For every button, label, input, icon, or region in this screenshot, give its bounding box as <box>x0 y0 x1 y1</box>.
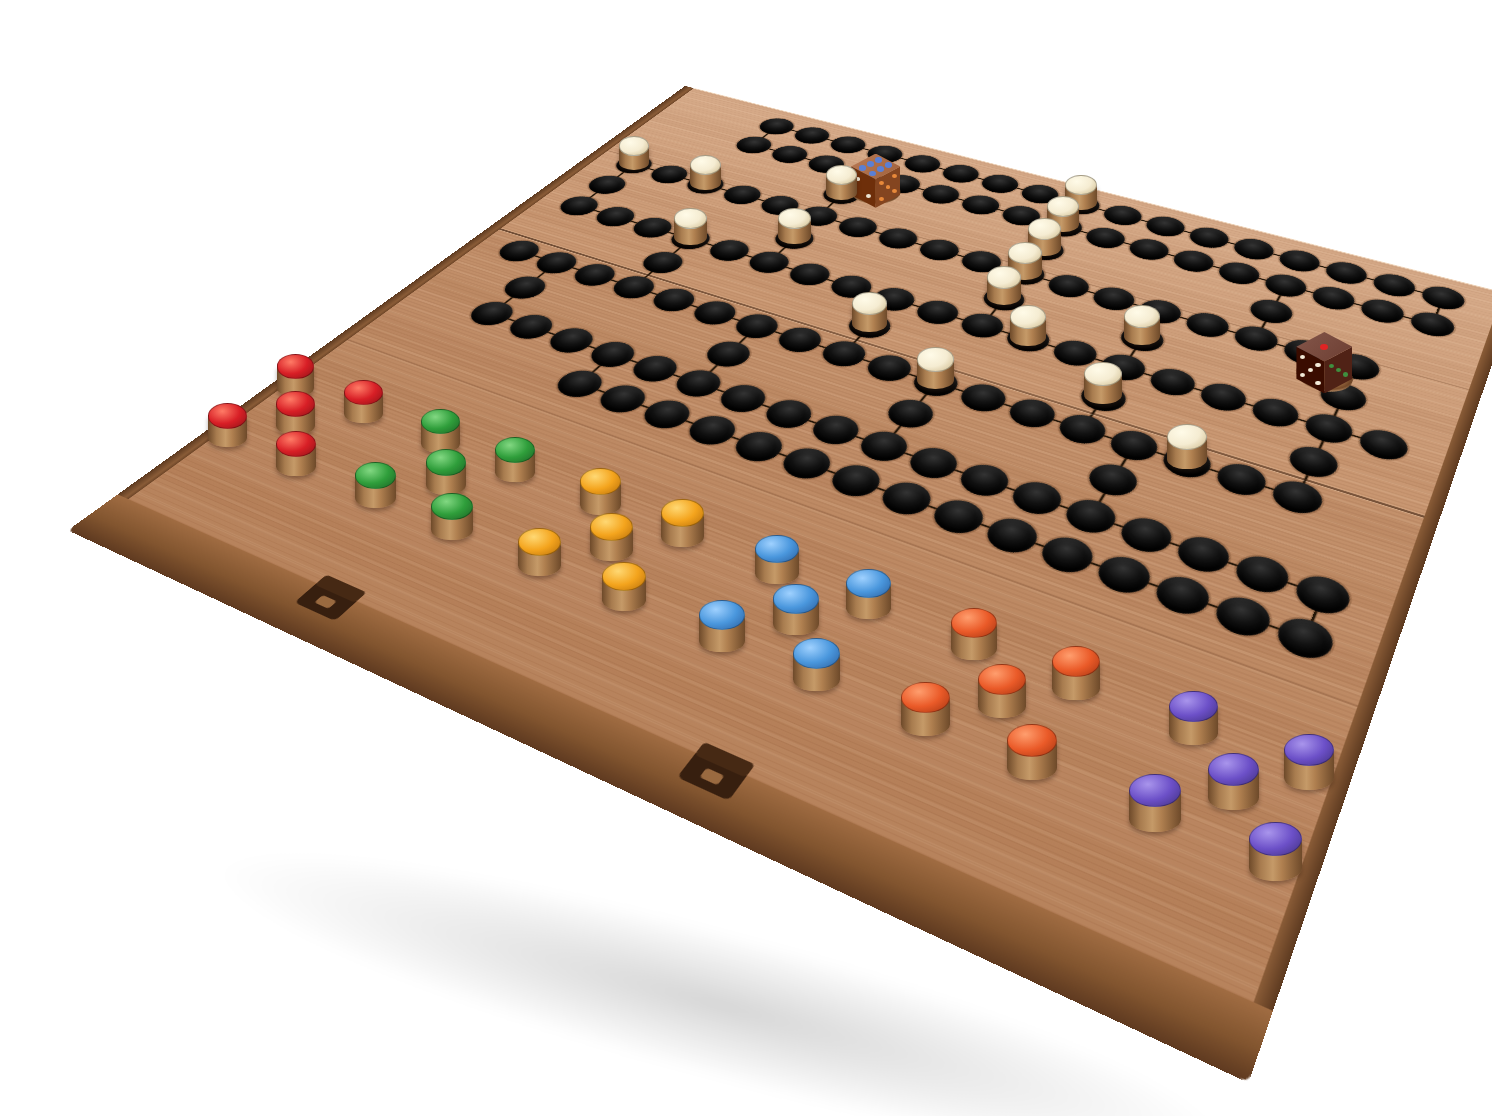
die-pip <box>879 197 884 201</box>
orange-peg-1-top <box>978 664 1026 695</box>
barricade-peg-15-top <box>917 347 954 371</box>
yellow-peg-1[interactable] <box>590 513 633 561</box>
die-pip <box>867 161 874 167</box>
yellow-peg-5[interactable] <box>602 562 647 612</box>
green-peg-4[interactable] <box>355 462 396 508</box>
die-1[interactable] <box>851 154 900 208</box>
yellow-peg-3-top <box>661 499 704 527</box>
purple-peg-3-top <box>1284 734 1334 767</box>
die-pip <box>879 181 884 185</box>
pieces-layer <box>0 0 1492 1116</box>
red-peg-1-top <box>276 391 315 416</box>
blue-peg-4[interactable] <box>699 600 745 651</box>
purple-peg-4[interactable] <box>1129 774 1181 832</box>
die-pip <box>1343 372 1349 376</box>
barricade-peg-9[interactable] <box>778 208 811 245</box>
barricade-peg-1-top <box>1065 175 1097 196</box>
green-peg-3-top <box>495 437 535 463</box>
orange-peg-3-top <box>1052 646 1099 677</box>
orange-peg-3[interactable] <box>1052 646 1099 699</box>
red-peg-3-top <box>344 380 383 405</box>
blue-peg-5-top <box>793 638 840 669</box>
die-pip <box>1320 344 1328 350</box>
red-peg-4-top <box>208 403 247 429</box>
green-peg-1-top <box>426 449 467 476</box>
green-peg-5-top <box>431 493 473 520</box>
green-peg-3[interactable] <box>495 437 535 482</box>
die-pip <box>892 174 897 178</box>
die-pip <box>875 157 882 163</box>
orange-peg-5-top <box>1007 724 1057 757</box>
blue-peg-5[interactable] <box>793 638 840 691</box>
barricade-peg-14[interactable] <box>1084 362 1122 404</box>
orange-peg-2[interactable] <box>951 608 997 660</box>
purple-peg-4-top <box>1129 774 1181 808</box>
yellow-peg-4[interactable] <box>518 528 561 577</box>
barricade-peg-3-top <box>1028 218 1061 240</box>
red-peg-4[interactable] <box>208 403 247 447</box>
green-peg-2[interactable] <box>421 409 460 453</box>
barricade-peg-9-top <box>778 208 811 229</box>
red-peg-5-top <box>276 431 316 457</box>
barricade-peg-5-top <box>987 266 1022 289</box>
barricade-peg-16[interactable] <box>1167 424 1207 469</box>
blue-peg-2-top <box>755 535 799 563</box>
product-photo-stage <box>0 0 1492 1116</box>
blue-peg-3[interactable] <box>846 569 891 619</box>
yellow-peg-3[interactable] <box>661 499 704 547</box>
red-peg-3[interactable] <box>344 380 383 423</box>
barricade-peg-6[interactable] <box>826 165 857 200</box>
orange-peg-4-top <box>901 682 950 714</box>
barricade-peg-12-top <box>1010 305 1046 328</box>
barricade-peg-8-top <box>619 136 649 156</box>
purple-peg-1-top <box>1208 753 1259 786</box>
barricade-peg-4-top <box>1008 242 1042 264</box>
green-peg-5[interactable] <box>431 493 473 540</box>
red-peg-5[interactable] <box>276 431 316 476</box>
purple-peg-3[interactable] <box>1284 734 1334 790</box>
orange-peg-1[interactable] <box>978 664 1026 718</box>
blue-peg-1[interactable] <box>773 584 818 635</box>
barricade-peg-15[interactable] <box>917 347 954 389</box>
die-pip <box>869 171 876 177</box>
barricade-peg-8[interactable] <box>619 136 649 170</box>
red-peg-1[interactable] <box>276 391 315 435</box>
die-pip <box>877 166 884 172</box>
orange-peg-2-top <box>951 608 997 638</box>
blue-peg-1-top <box>773 584 818 613</box>
yellow-peg-4-top <box>518 528 561 556</box>
green-peg-1[interactable] <box>426 449 467 495</box>
barricade-peg-12[interactable] <box>1010 305 1046 345</box>
barricade-peg-10[interactable] <box>1124 305 1160 345</box>
orange-peg-4[interactable] <box>901 682 950 736</box>
blue-peg-3-top <box>846 569 891 598</box>
barricade-peg-5[interactable] <box>987 266 1022 305</box>
yellow-peg-2[interactable] <box>580 468 621 514</box>
barricade-peg-11[interactable] <box>674 208 707 245</box>
purple-peg-1[interactable] <box>1208 753 1259 810</box>
blue-peg-4-top <box>699 600 745 630</box>
die-pip <box>1329 364 1335 368</box>
purple-peg-5[interactable] <box>1249 822 1302 882</box>
yellow-peg-5-top <box>602 562 647 591</box>
blue-peg-2[interactable] <box>755 535 799 584</box>
die-pip <box>885 162 892 168</box>
green-peg-4-top <box>355 462 396 489</box>
red-peg-2[interactable] <box>277 354 315 396</box>
barricade-peg-7[interactable] <box>690 155 721 190</box>
purple-peg-2[interactable] <box>1169 691 1218 746</box>
die-2[interactable] <box>1296 332 1352 394</box>
die-pip <box>866 194 871 198</box>
orange-peg-5[interactable] <box>1007 724 1057 780</box>
barricade-peg-13[interactable] <box>852 292 888 332</box>
red-peg-2-top <box>277 354 315 378</box>
